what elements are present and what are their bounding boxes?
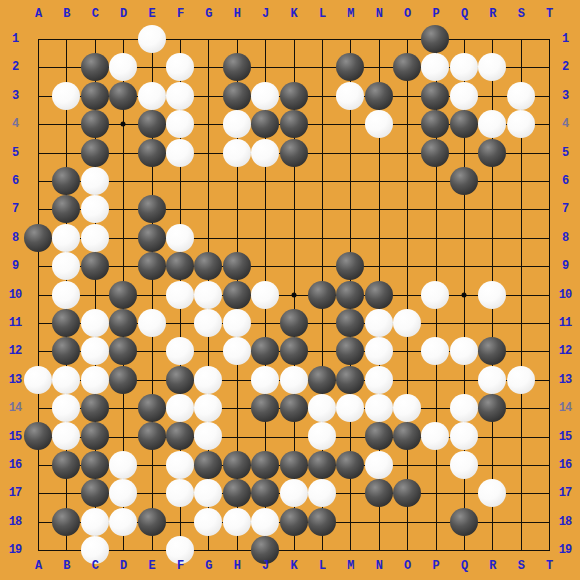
black-stone[interactable] [450,110,478,138]
black-stone[interactable] [478,139,506,167]
white-stone[interactable] [166,224,194,252]
white-stone[interactable] [450,82,478,110]
column-label-bottom: J [262,559,268,573]
row-label-left: 4 [12,117,18,131]
black-stone[interactable] [52,337,80,365]
white-stone[interactable] [365,110,393,138]
column-label-bottom: E [148,559,154,573]
black-stone[interactable] [450,508,478,536]
row-label-right: 12 [559,344,571,358]
row-label-left: 10 [9,288,21,302]
column-label-bottom: K [290,559,296,573]
white-stone[interactable] [450,337,478,365]
black-stone[interactable] [280,451,308,479]
white-stone[interactable] [81,224,109,252]
black-stone[interactable] [251,479,279,507]
white-stone[interactable] [223,110,251,138]
black-stone[interactable] [251,337,279,365]
white-stone[interactable] [81,309,109,337]
white-stone[interactable] [450,422,478,450]
column-label-top: T [546,7,552,21]
row-label-right: 14 [559,401,571,415]
black-stone[interactable] [138,139,166,167]
column-label-bottom: A [35,559,41,573]
white-stone[interactable] [365,366,393,394]
black-stone[interactable] [365,422,393,450]
black-stone[interactable] [393,422,421,450]
black-stone[interactable] [223,281,251,309]
black-stone[interactable] [138,422,166,450]
column-label-top: B [63,7,69,21]
column-label-top: E [148,7,154,21]
white-stone[interactable] [365,394,393,422]
black-stone[interactable] [223,53,251,81]
white-stone[interactable] [194,394,222,422]
black-stone[interactable] [336,252,364,280]
black-stone[interactable] [421,110,449,138]
white-stone[interactable] [52,422,80,450]
black-stone[interactable] [336,281,364,309]
stones-layer [24,25,564,565]
white-stone[interactable] [166,82,194,110]
column-label-bottom: G [205,559,211,573]
black-stone[interactable] [52,195,80,223]
column-label-top: O [404,7,410,21]
column-label-top: G [205,7,211,21]
black-stone[interactable] [81,451,109,479]
column-label-bottom: M [347,559,353,573]
row-label-left: 19 [9,543,21,557]
black-stone[interactable] [308,508,336,536]
row-label-right: 17 [559,486,571,500]
row-label-left: 9 [12,259,18,273]
row-label-right: 11 [559,316,571,330]
black-stone[interactable] [223,252,251,280]
white-stone[interactable] [507,82,535,110]
black-stone[interactable] [365,82,393,110]
row-label-left: 7 [12,202,18,216]
black-stone[interactable] [138,110,166,138]
row-label-left: 8 [12,231,18,245]
black-stone[interactable] [280,309,308,337]
black-stone[interactable] [109,337,137,365]
black-stone[interactable] [81,82,109,110]
white-stone[interactable] [507,110,535,138]
row-label-left: 13 [9,373,21,387]
black-stone[interactable] [81,252,109,280]
row-label-right: 3 [562,89,568,103]
white-stone[interactable] [166,337,194,365]
white-stone[interactable] [52,394,80,422]
row-label-right: 5 [562,146,568,160]
row-label-right: 19 [559,543,571,557]
white-stone[interactable] [336,394,364,422]
black-stone[interactable] [81,422,109,450]
column-label-top: F [177,7,183,21]
black-stone[interactable] [138,508,166,536]
white-stone[interactable] [166,451,194,479]
black-stone[interactable] [138,195,166,223]
column-label-bottom: P [432,559,438,573]
white-stone[interactable] [194,508,222,536]
column-label-top: D [120,7,126,21]
row-label-left: 14 [9,401,21,415]
black-stone[interactable] [421,139,449,167]
white-stone[interactable] [194,366,222,394]
black-stone[interactable] [138,224,166,252]
white-stone[interactable] [109,53,137,81]
white-stone[interactable] [478,366,506,394]
black-stone[interactable] [81,139,109,167]
white-stone[interactable] [478,110,506,138]
black-stone[interactable] [308,281,336,309]
white-stone[interactable] [365,451,393,479]
black-stone[interactable] [421,25,449,53]
black-stone[interactable] [24,422,52,450]
row-label-right: 9 [562,259,568,273]
column-label-top: R [489,7,495,21]
black-stone[interactable] [251,451,279,479]
row-label-left: 12 [9,344,21,358]
black-stone[interactable] [194,252,222,280]
column-label-bottom: S [518,559,524,573]
white-stone[interactable] [166,53,194,81]
column-label-bottom: Q [461,559,467,573]
black-stone[interactable] [450,167,478,195]
black-stone[interactable] [308,451,336,479]
black-stone[interactable] [52,508,80,536]
white-stone[interactable] [393,394,421,422]
row-label-right: 15 [559,430,571,444]
black-stone[interactable] [138,394,166,422]
row-label-left: 15 [9,430,21,444]
column-label-bottom: C [92,559,98,573]
row-label-right: 16 [559,458,571,472]
white-stone[interactable] [280,479,308,507]
go-board[interactable]: AABBCCDDEEFFGGHHJJKKLLMMNNOOPPQQRRSSTT11… [0,0,580,580]
row-label-right: 6 [562,174,568,188]
row-label-left: 16 [9,458,21,472]
black-stone[interactable] [336,309,364,337]
black-stone[interactable] [109,281,137,309]
black-stone[interactable] [24,224,52,252]
white-stone[interactable] [308,422,336,450]
white-stone[interactable] [421,337,449,365]
row-label-right: 13 [559,373,571,387]
black-stone[interactable] [280,337,308,365]
row-label-right: 1 [562,32,568,46]
column-label-bottom: O [404,559,410,573]
black-stone[interactable] [81,394,109,422]
black-stone[interactable] [223,479,251,507]
white-stone[interactable] [81,167,109,195]
black-stone[interactable] [52,451,80,479]
black-stone[interactable] [365,281,393,309]
column-label-top: P [432,7,438,21]
row-label-left: 3 [12,89,18,103]
white-stone[interactable] [166,139,194,167]
white-stone[interactable] [52,82,80,110]
white-stone[interactable] [365,309,393,337]
row-label-right: 8 [562,231,568,245]
white-stone[interactable] [421,281,449,309]
black-stone[interactable] [109,82,137,110]
black-stone[interactable] [81,479,109,507]
column-label-bottom: D [120,559,126,573]
black-stone[interactable] [393,53,421,81]
white-stone[interactable] [251,139,279,167]
row-label-left: 2 [12,60,18,74]
black-stone[interactable] [421,82,449,110]
white-stone[interactable] [251,366,279,394]
column-label-bottom: R [489,559,495,573]
white-stone[interactable] [166,394,194,422]
white-stone[interactable] [251,82,279,110]
white-stone[interactable] [52,252,80,280]
column-label-top: M [347,7,353,21]
column-label-top: Q [461,7,467,21]
white-stone[interactable] [336,82,364,110]
white-stone[interactable] [138,25,166,53]
black-stone[interactable] [81,110,109,138]
white-stone[interactable] [421,422,449,450]
black-stone[interactable] [166,252,194,280]
white-stone[interactable] [223,508,251,536]
white-stone[interactable] [81,366,109,394]
white-stone[interactable] [194,309,222,337]
white-stone[interactable] [52,224,80,252]
white-stone[interactable] [109,479,137,507]
black-stone[interactable] [223,82,251,110]
row-label-left: 6 [12,174,18,188]
white-stone[interactable] [194,422,222,450]
black-stone[interactable] [393,479,421,507]
black-stone[interactable] [194,451,222,479]
black-stone[interactable] [336,451,364,479]
white-stone[interactable] [194,479,222,507]
white-stone[interactable] [166,479,194,507]
white-stone[interactable] [223,337,251,365]
column-label-top: S [518,7,524,21]
white-stone[interactable] [478,281,506,309]
white-stone[interactable] [81,195,109,223]
row-label-left: 5 [12,146,18,160]
column-label-bottom: L [319,559,325,573]
white-stone[interactable] [81,508,109,536]
black-stone[interactable] [280,82,308,110]
black-stone[interactable] [478,394,506,422]
white-stone[interactable] [223,309,251,337]
white-stone[interactable] [81,337,109,365]
black-stone[interactable] [251,110,279,138]
black-stone[interactable] [280,508,308,536]
white-stone[interactable] [251,508,279,536]
white-stone[interactable] [194,281,222,309]
white-stone[interactable] [24,366,52,394]
white-stone[interactable] [138,309,166,337]
black-stone[interactable] [336,366,364,394]
column-label-top: J [262,7,268,21]
white-stone[interactable] [52,366,80,394]
black-stone[interactable] [478,337,506,365]
white-stone[interactable] [109,508,137,536]
white-stone[interactable] [507,366,535,394]
white-stone[interactable] [52,281,80,309]
white-stone[interactable] [251,281,279,309]
column-label-bottom: T [546,559,552,573]
column-label-bottom: H [234,559,240,573]
black-stone[interactable] [251,394,279,422]
black-stone[interactable] [365,479,393,507]
white-stone[interactable] [166,110,194,138]
black-stone[interactable] [138,252,166,280]
row-label-right: 4 [562,117,568,131]
black-stone[interactable] [223,451,251,479]
row-label-left: 18 [9,515,21,529]
black-stone[interactable] [336,53,364,81]
column-label-top: K [290,7,296,21]
white-stone[interactable] [478,53,506,81]
column-label-bottom: N [376,559,382,573]
white-stone[interactable] [280,366,308,394]
white-stone[interactable] [166,281,194,309]
column-label-top: H [234,7,240,21]
column-label-top: A [35,7,41,21]
row-label-right: 7 [562,202,568,216]
white-stone[interactable] [450,451,478,479]
row-label-left: 17 [9,486,21,500]
black-stone[interactable] [109,309,137,337]
white-stone[interactable] [478,479,506,507]
white-stone[interactable] [308,479,336,507]
row-label-left: 11 [9,316,21,330]
column-label-top: L [319,7,325,21]
white-stone[interactable] [365,337,393,365]
black-stone[interactable] [52,309,80,337]
black-stone[interactable] [336,337,364,365]
column-label-top: N [376,7,382,21]
white-stone[interactable] [308,394,336,422]
white-stone[interactable] [421,53,449,81]
black-stone[interactable] [52,167,80,195]
row-label-right: 2 [562,60,568,74]
white-stone[interactable] [450,53,478,81]
row-label-left: 1 [12,32,18,46]
black-stone[interactable] [166,422,194,450]
row-label-right: 10 [559,288,571,302]
white-stone[interactable] [450,394,478,422]
white-stone[interactable] [138,82,166,110]
black-stone[interactable] [81,53,109,81]
black-stone[interactable] [166,366,194,394]
black-stone[interactable] [280,110,308,138]
black-stone[interactable] [109,366,137,394]
column-label-bottom: B [63,559,69,573]
row-label-right: 18 [559,515,571,529]
white-stone[interactable] [393,309,421,337]
black-stone[interactable] [308,366,336,394]
go-app: AABBCCDDEEFFGGHHJJKKLLMMNNOOPPQQRRSSTT11… [0,0,580,580]
white-stone[interactable] [109,451,137,479]
column-label-bottom: F [177,559,183,573]
column-label-top: C [92,7,98,21]
white-stone[interactable] [223,139,251,167]
black-stone[interactable] [280,394,308,422]
black-stone[interactable] [280,139,308,167]
